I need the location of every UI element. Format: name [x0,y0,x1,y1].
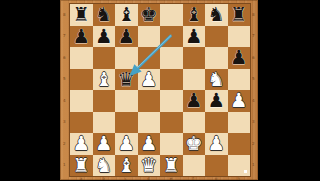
piece-white-pawn[interactable]: ♟ [138,133,161,155]
piece-black-pawn[interactable]: ♟ [205,90,228,112]
piece-black-pawn[interactable]: ♟ [228,47,251,69]
piece-black-queen[interactable]: ♛ [115,69,138,91]
square-h7[interactable] [228,26,251,48]
square-f3[interactable] [183,112,206,134]
piece-black-pawn[interactable]: ♟ [183,90,206,112]
file-label-g: g [215,177,218,181]
square-c4[interactable] [115,90,138,112]
square-g5[interactable]: ♞ [205,69,228,91]
square-e2[interactable] [160,133,183,155]
square-b4[interactable] [93,90,116,112]
file-label-a: a [80,177,82,181]
square-f7[interactable]: ♟ [183,26,206,48]
rank-label-right-8: 8 [252,13,255,17]
piece-white-pawn[interactable]: ♟ [205,133,228,155]
file-label-d: d [147,177,150,181]
square-e7[interactable] [160,26,183,48]
piece-white-queen[interactable]: ♛ [138,155,161,177]
square-e5[interactable] [160,69,183,91]
square-h5[interactable] [228,69,251,91]
square-d1[interactable]: ♛ [138,155,161,177]
piece-white-pawn[interactable]: ♟ [115,133,138,155]
square-h2[interactable] [228,133,251,155]
square-c7[interactable]: ♟ [115,26,138,48]
rank-label-8: 8 [63,13,66,17]
square-f6[interactable] [183,47,206,69]
rank-label-right-7: 7 [252,34,255,38]
square-f2[interactable]: ♚ [183,133,206,155]
file-label-h: h [237,177,240,181]
square-a6[interactable] [70,47,93,69]
rank-label-6: 6 [63,56,66,60]
square-e8[interactable] [160,4,183,26]
piece-black-pawn[interactable]: ♟ [93,26,116,48]
square-d4[interactable] [138,90,161,112]
square-g4[interactable]: ♟ [205,90,228,112]
piece-white-pawn[interactable]: ♟ [228,90,251,112]
rank-label-1: 1 [63,163,66,167]
rank-label-4: 4 [63,99,66,103]
square-f4[interactable]: ♟ [183,90,206,112]
square-e6[interactable] [160,47,183,69]
square-e3[interactable] [160,112,183,134]
square-g3[interactable] [205,112,228,134]
square-b1[interactable]: ♞ [93,155,116,177]
square-c2[interactable]: ♟ [115,133,138,155]
square-h3[interactable] [228,112,251,134]
rank-label-3: 3 [63,120,66,124]
square-f8[interactable]: ♝ [183,4,206,26]
video-letterbox-stage: ♜♞♝♚♝♞♜♟♟♟♟♟♝♛♟♞♟♟♟♟♟♟♟♚♟♜♞♝♛♜ 11a22b33c… [0,0,320,180]
square-g6[interactable] [205,47,228,69]
piece-white-pawn[interactable]: ♟ [70,133,93,155]
square-d6[interactable] [138,47,161,69]
file-label-e: e [170,177,172,181]
square-g2[interactable]: ♟ [205,133,228,155]
square-d3[interactable] [138,112,161,134]
rank-label-right-1: 1 [252,163,255,167]
square-b2[interactable]: ♟ [93,133,116,155]
square-d7[interactable] [138,26,161,48]
rank-label-right-5: 5 [252,77,255,81]
square-c5[interactable]: ♛ [115,69,138,91]
piece-white-bishop[interactable]: ♝ [93,69,116,91]
square-b6[interactable] [93,47,116,69]
piece-black-knight[interactable]: ♞ [205,4,228,26]
piece-white-knight[interactable]: ♞ [205,69,228,91]
square-a3[interactable] [70,112,93,134]
piece-black-pawn[interactable]: ♟ [70,26,93,48]
rank-label-5: 5 [63,77,66,81]
square-g1[interactable] [205,155,228,177]
square-c3[interactable] [115,112,138,134]
square-a8[interactable]: ♜ [70,4,93,26]
square-a4[interactable] [70,90,93,112]
square-f5[interactable] [183,69,206,91]
piece-white-pawn[interactable]: ♟ [93,133,116,155]
square-e1[interactable]: ♜ [160,155,183,177]
square-h8[interactable]: ♜ [228,4,251,26]
square-b3[interactable] [93,112,116,134]
piece-black-rook[interactable]: ♜ [70,4,93,26]
square-b7[interactable]: ♟ [93,26,116,48]
square-a2[interactable]: ♟ [70,133,93,155]
piece-black-bishop[interactable]: ♝ [115,4,138,26]
piece-black-knight[interactable]: ♞ [93,4,116,26]
square-a7[interactable]: ♟ [70,26,93,48]
square-a1[interactable]: ♜ [70,155,93,177]
piece-black-pawn[interactable]: ♟ [115,26,138,48]
square-d8[interactable]: ♚ [138,4,161,26]
square-e4[interactable] [160,90,183,112]
square-b5[interactable]: ♝ [93,69,116,91]
square-c8[interactable]: ♝ [115,4,138,26]
piece-white-pawn[interactable]: ♟ [138,69,161,91]
rank-label-right-4: 4 [252,99,255,103]
rank-label-right-6: 6 [252,56,255,60]
piece-black-pawn[interactable]: ♟ [183,26,206,48]
piece-black-bishop[interactable]: ♝ [183,4,206,26]
rank-label-right-3: 3 [252,120,255,124]
square-h6[interactable]: ♟ [228,47,251,69]
rank-label-7: 7 [63,34,66,38]
rank-label-2: 2 [63,142,66,146]
file-label-f: f [192,177,193,181]
square-b8[interactable]: ♞ [93,4,116,26]
piece-white-king[interactable]: ♚ [183,133,206,155]
piece-white-rook[interactable]: ♜ [70,155,93,177]
file-label-c: c [125,177,127,181]
square-h4[interactable]: ♟ [228,90,251,112]
square-c1[interactable]: ♝ [115,155,138,177]
square-c6[interactable] [115,47,138,69]
piece-white-bishop[interactable]: ♝ [115,155,138,177]
frame-corner-dot [244,170,247,173]
file-label-b: b [102,177,105,181]
piece-white-knight[interactable]: ♞ [93,155,116,177]
piece-white-rook[interactable]: ♜ [160,155,183,177]
square-g8[interactable]: ♞ [205,4,228,26]
square-f1[interactable] [183,155,206,177]
piece-black-king[interactable]: ♚ [138,4,161,26]
square-d2[interactable]: ♟ [138,133,161,155]
square-a5[interactable] [70,69,93,91]
piece-black-rook[interactable]: ♜ [228,4,251,26]
rank-label-right-2: 2 [252,142,255,146]
square-g7[interactable] [205,26,228,48]
square-d5[interactable]: ♟ [138,69,161,91]
chess-board[interactable]: ♜♞♝♚♝♞♜♟♟♟♟♟♝♛♟♞♟♟♟♟♟♟♟♚♟♜♞♝♛♜ [70,4,250,176]
